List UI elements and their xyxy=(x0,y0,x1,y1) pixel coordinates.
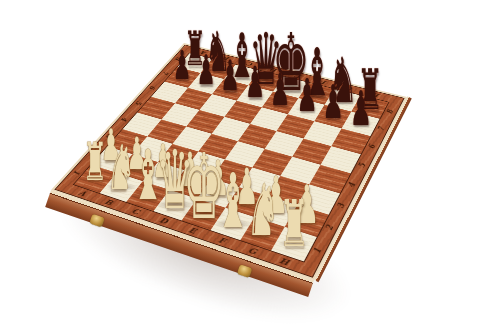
piece-black-pawn-d7: ♟ xyxy=(245,61,265,104)
piece-black-pawn-b7: ♟ xyxy=(196,50,215,91)
piece-white-rook-h1: ♜ xyxy=(279,192,309,257)
piece-black-pawn-g7: ♟ xyxy=(322,79,344,126)
piece-black-pawn-e7: ♟ xyxy=(270,67,291,111)
piece-black-pawn-f7: ♟ xyxy=(296,73,317,119)
piece-white-knight-g1: ♞ xyxy=(246,176,280,248)
piece-black-pawn-c7: ♟ xyxy=(220,56,240,98)
photo-stage: Wooden folding chess set with Staunton p… xyxy=(0,0,500,333)
piece-black-pawn-a7: ♟ xyxy=(173,45,192,85)
piece-white-bishop-f1: ♝ xyxy=(215,163,250,238)
piece-black-pawn-h7: ♟ xyxy=(350,85,372,133)
pieces-layer: ♜♞♝♛♚♝♞♜♟♟♟♟♟♟♟♟♟♟♟♟♟♟♟♟♜♞♝♛♚♝♞♜ xyxy=(0,0,500,333)
piece-white-rook-a1: ♜ xyxy=(83,136,108,189)
